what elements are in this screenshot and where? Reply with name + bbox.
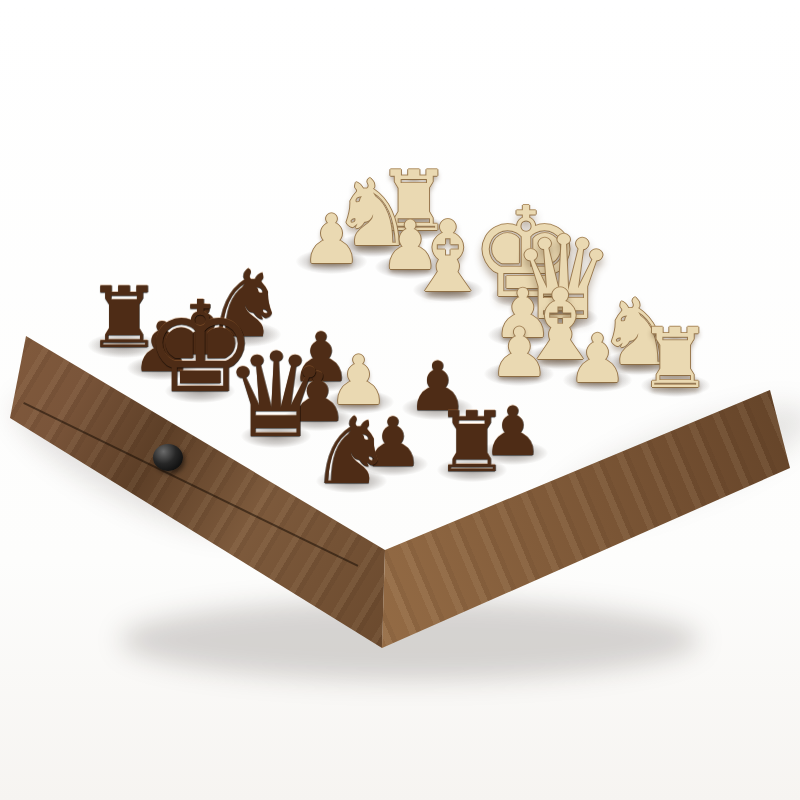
- square-a3: [555, 396, 630, 434]
- piece-shadow: [241, 424, 312, 448]
- square-h5: [212, 273, 288, 311]
- piece-shadow: [488, 323, 558, 347]
- piece-shadow: [413, 278, 483, 302]
- square-g4: [291, 279, 367, 317]
- square-b4: [477, 391, 552, 429]
- piece-shadow: [491, 284, 561, 308]
- piece-shadow: [563, 368, 633, 392]
- square-f5: [287, 318, 363, 356]
- box-left-face: [0, 0, 800, 800]
- piece-shadow: [375, 255, 445, 279]
- piece-shadow: [402, 396, 472, 420]
- square-e4: [366, 324, 442, 362]
- square-f4: [328, 301, 404, 339]
- piece-shadow: [641, 374, 710, 398]
- piece-shadow: [165, 379, 236, 403]
- piece-shadow: [484, 362, 554, 386]
- piece-shadow: [286, 368, 356, 392]
- piece-shadow: [127, 356, 198, 380]
- piece-shadow: [316, 469, 386, 493]
- piece-shadow: [437, 458, 507, 482]
- square-e3: [406, 307, 482, 345]
- product-photo-scene: ♚♛♜♜♝♝♞♞♟♟♟♟♟♟♚♛♜♜♞♞♟♟♟♟♟♟♟: [0, 0, 800, 800]
- square-d4: [403, 346, 479, 384]
- piece-shadow: [296, 249, 366, 273]
- drawer-knob: [153, 444, 183, 471]
- piece-shadow: [88, 333, 159, 357]
